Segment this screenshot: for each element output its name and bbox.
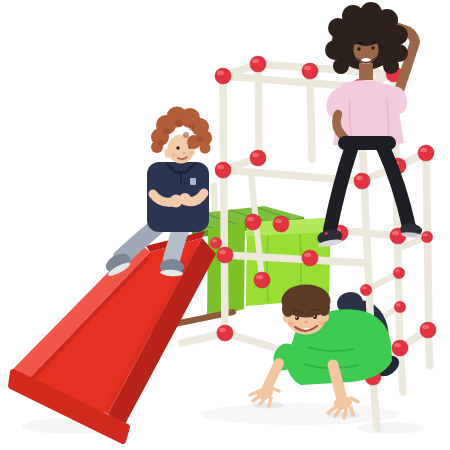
frame-connector	[250, 56, 266, 72]
girl-eye	[357, 47, 360, 50]
frame-connector	[302, 250, 318, 266]
frame-connector	[421, 231, 433, 243]
frame-connector	[215, 162, 231, 178]
frame-connector	[360, 284, 372, 296]
frame-connector	[250, 150, 266, 166]
frame-connector	[418, 145, 434, 161]
boy-eye	[295, 316, 299, 320]
frame-connector	[254, 272, 270, 288]
polo-crest	[190, 178, 196, 185]
frame-connector	[217, 247, 233, 263]
frame-connector	[245, 214, 261, 230]
boy-arm	[333, 365, 341, 396]
frame-connector	[302, 63, 318, 79]
frame-connector	[215, 68, 231, 84]
boy-eye	[313, 315, 317, 319]
girl-neck	[359, 63, 373, 80]
frame-connector	[394, 301, 406, 313]
toddler-eye	[176, 146, 179, 149]
climbing-frame-scene	[0, 0, 450, 450]
toddler-hand	[179, 193, 191, 205]
frame-connector	[210, 237, 222, 249]
girl-eye	[371, 46, 374, 49]
frame-connector	[354, 173, 370, 189]
frame-connector	[273, 216, 289, 232]
frame-connector	[392, 340, 408, 356]
frame-connector	[420, 322, 436, 338]
frame-connector	[217, 325, 233, 341]
product-photo: Three children playing on a cream and re…	[0, 0, 450, 450]
frame-connector	[393, 267, 405, 279]
frame-tube	[223, 76, 225, 333]
